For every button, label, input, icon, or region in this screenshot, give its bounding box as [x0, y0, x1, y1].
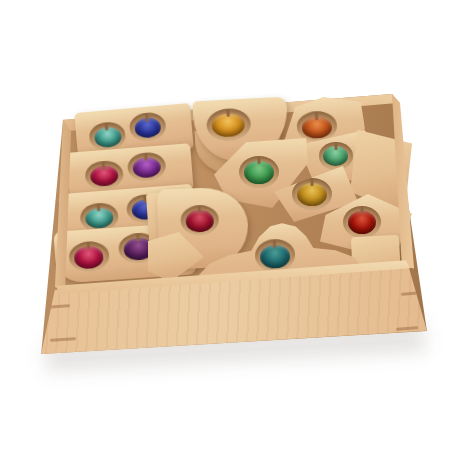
orange-glass: [212, 113, 246, 138]
green-window: [239, 156, 279, 188]
wooden-peg: [145, 113, 149, 121]
wooden-peg: [273, 240, 276, 248]
amber-window: [292, 178, 332, 210]
jade-window: [319, 142, 353, 170]
wooden-peg: [198, 205, 201, 213]
blocks-layer: [0, 0, 460, 460]
darkteal-glass: [260, 244, 291, 268]
wooden-peg: [226, 109, 229, 117]
wooden-peg: [86, 242, 90, 250]
wooden-peg: [258, 156, 261, 164]
wooden-peg: [136, 233, 140, 241]
crimson-window: [84, 160, 124, 191]
finger-joint-mark: [50, 337, 76, 342]
orange-window: [206, 107, 252, 141]
green-glass: [244, 161, 274, 184]
wooden-peg: [361, 206, 364, 214]
wooden-peg: [315, 112, 318, 120]
wooden-peg: [102, 162, 106, 170]
wooden-peg: [105, 122, 109, 130]
darkred-window: [181, 204, 220, 235]
crimson-window: [68, 240, 110, 273]
purple-window: [127, 151, 167, 182]
darkteal-window: [254, 239, 295, 273]
amber-glass: [297, 183, 327, 206]
blue-window: [128, 112, 166, 143]
deepred-window: [343, 206, 381, 238]
product-photo: [0, 0, 460, 460]
wooden-peg: [310, 178, 313, 186]
finger-joint-mark: [396, 326, 418, 331]
wooden-peg: [334, 142, 337, 150]
wooden-peg: [144, 153, 148, 161]
wooden-peg: [97, 203, 101, 211]
teal-window: [89, 121, 127, 152]
deepred-glass: [348, 211, 376, 234]
